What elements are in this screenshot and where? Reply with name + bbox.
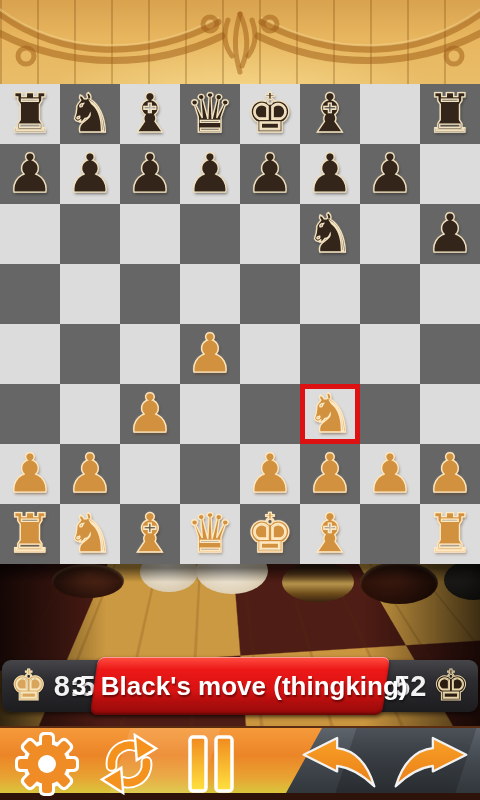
white-pawn: ♟ bbox=[246, 445, 294, 503]
square-h1[interactable]: ♜ bbox=[420, 504, 480, 564]
square-b7[interactable]: ♟ bbox=[60, 144, 120, 204]
square-f4[interactable] bbox=[300, 324, 360, 384]
black-queen: ♛ bbox=[186, 85, 234, 143]
square-a5[interactable] bbox=[0, 264, 60, 324]
black-pawn: ♟ bbox=[306, 145, 354, 203]
square-f2[interactable]: ♟ bbox=[300, 444, 360, 504]
white-pawn: ♟ bbox=[6, 445, 54, 503]
black-knight: ♞ bbox=[306, 205, 354, 263]
square-c3[interactable]: ♟ bbox=[120, 384, 180, 444]
square-d5[interactable] bbox=[180, 264, 240, 324]
white-king-icon: ♚ bbox=[10, 663, 48, 709]
square-d4[interactable]: ♟ bbox=[180, 324, 240, 384]
black-king-icon: ♚ bbox=[432, 663, 470, 709]
white-bishop: ♝ bbox=[126, 505, 174, 563]
white-bishop: ♝ bbox=[306, 505, 354, 563]
square-f7[interactable]: ♟ bbox=[300, 144, 360, 204]
square-g4[interactable] bbox=[360, 324, 420, 384]
square-h7[interactable] bbox=[420, 144, 480, 204]
square-d3[interactable] bbox=[180, 384, 240, 444]
square-b5[interactable] bbox=[60, 264, 120, 324]
black-pawn: ♟ bbox=[126, 145, 174, 203]
black-knight: ♞ bbox=[66, 85, 114, 143]
square-b6[interactable] bbox=[60, 204, 120, 264]
square-g6[interactable] bbox=[360, 204, 420, 264]
square-a3[interactable] bbox=[0, 384, 60, 444]
square-f5[interactable] bbox=[300, 264, 360, 324]
square-a7[interactable]: ♟ bbox=[0, 144, 60, 204]
square-e1[interactable]: ♚ bbox=[240, 504, 300, 564]
square-f1[interactable]: ♝ bbox=[300, 504, 360, 564]
square-d1[interactable]: ♛ bbox=[180, 504, 240, 564]
black-pawn: ♟ bbox=[66, 145, 114, 203]
square-g5[interactable] bbox=[360, 264, 420, 324]
white-queen: ♛ bbox=[186, 505, 234, 563]
redo-button[interactable] bbox=[392, 734, 470, 794]
status-bar: ♚ 8:52 3. Black's move (thingking) 9:52 … bbox=[2, 660, 478, 712]
carved-ornament bbox=[0, 0, 480, 84]
square-c7[interactable]: ♟ bbox=[120, 144, 180, 204]
settings-button[interactable] bbox=[14, 734, 80, 794]
square-a1[interactable]: ♜ bbox=[0, 504, 60, 564]
square-b8[interactable]: ♞ bbox=[60, 84, 120, 144]
white-knight: ♞ bbox=[306, 385, 354, 443]
white-knight: ♞ bbox=[66, 505, 114, 563]
white-pawn: ♟ bbox=[186, 325, 234, 383]
undo-button[interactable] bbox=[300, 734, 378, 794]
black-rook: ♜ bbox=[426, 85, 474, 143]
square-c6[interactable] bbox=[120, 204, 180, 264]
square-e5[interactable] bbox=[240, 264, 300, 324]
square-g1[interactable] bbox=[360, 504, 420, 564]
square-h4[interactable] bbox=[420, 324, 480, 384]
square-f8[interactable]: ♝ bbox=[300, 84, 360, 144]
square-c2[interactable] bbox=[120, 444, 180, 504]
black-bishop: ♝ bbox=[126, 85, 174, 143]
square-a8[interactable]: ♜ bbox=[0, 84, 60, 144]
app-screen: ♜♞♝♛♚♝♜♟♟♟♟♟♟♟♞♟♟♟♞♟♟♟♟♟♟♜♞♝♛♚♝♜ ♚ 8:52 … bbox=[0, 0, 480, 800]
black-rook: ♜ bbox=[6, 85, 54, 143]
white-rook: ♜ bbox=[426, 505, 474, 563]
square-c8[interactable]: ♝ bbox=[120, 84, 180, 144]
square-a6[interactable] bbox=[0, 204, 60, 264]
square-b2[interactable]: ♟ bbox=[60, 444, 120, 504]
square-c4[interactable] bbox=[120, 324, 180, 384]
white-rook: ♜ bbox=[6, 505, 54, 563]
white-king: ♚ bbox=[246, 505, 294, 563]
square-e3[interactable] bbox=[240, 384, 300, 444]
square-g2[interactable]: ♟ bbox=[360, 444, 420, 504]
black-pawn: ♟ bbox=[186, 145, 234, 203]
pause-icon bbox=[184, 734, 238, 794]
chess-board[interactable]: ♜♞♝♛♚♝♜♟♟♟♟♟♟♟♞♟♟♟♞♟♟♟♟♟♟♜♞♝♛♚♝♜ bbox=[0, 84, 480, 564]
square-h8[interactable]: ♜ bbox=[420, 84, 480, 144]
square-b4[interactable] bbox=[60, 324, 120, 384]
white-pawn: ♟ bbox=[366, 445, 414, 503]
white-pawn: ♟ bbox=[426, 445, 474, 503]
restart-button[interactable] bbox=[96, 734, 162, 794]
square-h2[interactable]: ♟ bbox=[420, 444, 480, 504]
black-pawn: ♟ bbox=[366, 145, 414, 203]
square-e7[interactable]: ♟ bbox=[240, 144, 300, 204]
black-pawn: ♟ bbox=[426, 205, 474, 263]
square-c1[interactable]: ♝ bbox=[120, 504, 180, 564]
square-e2[interactable]: ♟ bbox=[240, 444, 300, 504]
square-f6[interactable]: ♞ bbox=[300, 204, 360, 264]
wood-header bbox=[0, 0, 480, 84]
refresh-icon bbox=[98, 733, 160, 795]
gear-icon bbox=[15, 732, 79, 796]
black-bishop: ♝ bbox=[306, 85, 354, 143]
square-h6[interactable]: ♟ bbox=[420, 204, 480, 264]
white-pawn: ♟ bbox=[126, 385, 174, 443]
square-f3[interactable]: ♞ bbox=[300, 384, 360, 444]
square-b1[interactable]: ♞ bbox=[60, 504, 120, 564]
square-b3[interactable] bbox=[60, 384, 120, 444]
square-e6[interactable] bbox=[240, 204, 300, 264]
square-h3[interactable] bbox=[420, 384, 480, 444]
square-d7[interactable]: ♟ bbox=[180, 144, 240, 204]
undo-arrow-icon bbox=[300, 736, 378, 792]
square-g8[interactable] bbox=[360, 84, 420, 144]
square-h5[interactable] bbox=[420, 264, 480, 324]
toolbar bbox=[0, 726, 480, 800]
square-d2[interactable] bbox=[180, 444, 240, 504]
pause-button[interactable] bbox=[178, 734, 244, 794]
black-king: ♚ bbox=[246, 85, 294, 143]
square-c5[interactable] bbox=[120, 264, 180, 324]
square-d8[interactable]: ♛ bbox=[180, 84, 240, 144]
square-g3[interactable] bbox=[360, 384, 420, 444]
square-e8[interactable]: ♚ bbox=[240, 84, 300, 144]
black-pawn: ♟ bbox=[6, 145, 54, 203]
square-e4[interactable] bbox=[240, 324, 300, 384]
redo-arrow-icon bbox=[392, 736, 470, 792]
square-a4[interactable] bbox=[0, 324, 60, 384]
move-status-text: 3. Black's move (thingking) bbox=[72, 671, 408, 702]
square-d6[interactable] bbox=[180, 204, 240, 264]
white-pawn: ♟ bbox=[66, 445, 114, 503]
square-a2[interactable]: ♟ bbox=[0, 444, 60, 504]
square-g7[interactable]: ♟ bbox=[360, 144, 420, 204]
black-pawn: ♟ bbox=[246, 145, 294, 203]
white-pawn: ♟ bbox=[306, 445, 354, 503]
move-status-banner: 3. Black's move (thingking) bbox=[90, 657, 390, 715]
